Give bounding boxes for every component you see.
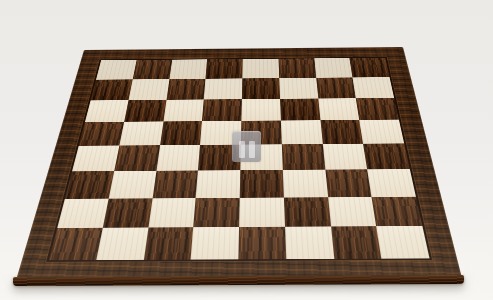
square-g3	[325, 169, 372, 197]
square-b6	[124, 100, 166, 122]
square-f5	[281, 120, 323, 144]
square-f4	[282, 144, 325, 170]
square-d7	[204, 78, 242, 99]
square-c3	[152, 170, 198, 198]
square-g6	[318, 98, 360, 120]
square-d3	[196, 170, 240, 198]
photo-background	[0, 0, 493, 300]
watermark-bar-icon	[249, 141, 255, 158]
square-a6	[85, 100, 128, 122]
square-a1	[49, 228, 103, 260]
square-a4	[72, 146, 119, 172]
square-d6	[202, 99, 242, 121]
square-g2	[328, 197, 377, 227]
square-e1	[238, 227, 286, 259]
square-f6	[280, 98, 320, 120]
square-f8	[278, 58, 316, 78]
square-b5	[119, 122, 163, 146]
square-c2	[148, 198, 196, 228]
square-h4	[363, 143, 410, 169]
square-f7	[279, 78, 318, 99]
square-c5	[160, 121, 203, 145]
square-g8	[314, 58, 353, 78]
square-b2	[102, 198, 152, 228]
square-d8	[206, 59, 243, 79]
square-f2	[284, 197, 331, 227]
square-b1	[96, 228, 148, 260]
watermark-bar-icon	[239, 141, 245, 158]
square-f1	[285, 227, 334, 259]
square-g1	[331, 226, 382, 258]
square-e6	[241, 99, 280, 121]
square-b7	[128, 79, 169, 100]
square-f3	[283, 169, 328, 197]
square-b4	[114, 145, 160, 171]
square-a8	[96, 60, 136, 80]
square-a2	[57, 198, 108, 228]
square-c1	[143, 227, 193, 259]
square-b8	[133, 60, 172, 80]
chess-board	[16, 47, 462, 280]
square-e3	[240, 170, 284, 198]
square-c6	[163, 99, 204, 121]
square-g5	[320, 120, 363, 144]
square-e7	[242, 78, 280, 99]
square-h5	[359, 120, 404, 144]
square-h6	[356, 98, 399, 120]
square-c4	[156, 145, 200, 171]
square-h7	[353, 77, 394, 98]
square-e8	[242, 59, 279, 79]
square-d1	[191, 227, 239, 259]
square-g4	[322, 144, 367, 170]
square-c8	[169, 59, 207, 79]
square-a7	[91, 79, 133, 100]
square-c7	[166, 79, 206, 100]
square-h8	[350, 58, 390, 78]
square-h2	[372, 196, 423, 226]
square-a5	[79, 122, 124, 146]
square-b3	[108, 171, 156, 199]
square-h1	[376, 226, 429, 259]
watermark-icon	[232, 131, 261, 162]
board-side-edge	[13, 275, 464, 286]
square-d2	[193, 197, 239, 227]
square-g7	[316, 77, 356, 98]
square-e2	[239, 197, 285, 227]
square-h3	[367, 169, 416, 197]
square-a3	[65, 171, 114, 199]
